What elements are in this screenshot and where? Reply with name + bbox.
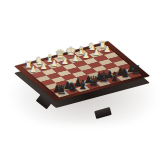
white-pawn[interactable]: ♟ [93,48,101,56]
white-pawn[interactable]: ♟ [40,62,48,70]
piece-layer: ♜♞♝♛♚♝♞♜♟♟♟♟♟♟♟♟♟♟♟♟♟♟♟♟♜♞♝♛♚♝♞♜ [0,0,160,160]
white-pawn[interactable]: ♟ [29,65,37,73]
white-pawn[interactable]: ♟ [82,50,90,58]
white-pawn[interactable]: ♟ [51,59,59,67]
black-knight[interactable]: ♞ [66,81,77,94]
product-photo: ♜♞♝♛♚♝♞♜♟♟♟♟♟♟♟♟♟♟♟♟♟♟♟♟♜♞♝♛♚♝♞♜ [0,0,160,160]
black-knight[interactable]: ♞ [119,67,130,80]
black-rook[interactable]: ♜ [56,85,66,97]
white-pawn[interactable]: ♟ [61,56,69,64]
black-bishop[interactable]: ♝ [77,78,89,91]
black-rook[interactable]: ♜ [130,65,140,77]
white-pawn[interactable]: ♟ [103,45,111,53]
white-pawn[interactable]: ♟ [72,53,80,61]
